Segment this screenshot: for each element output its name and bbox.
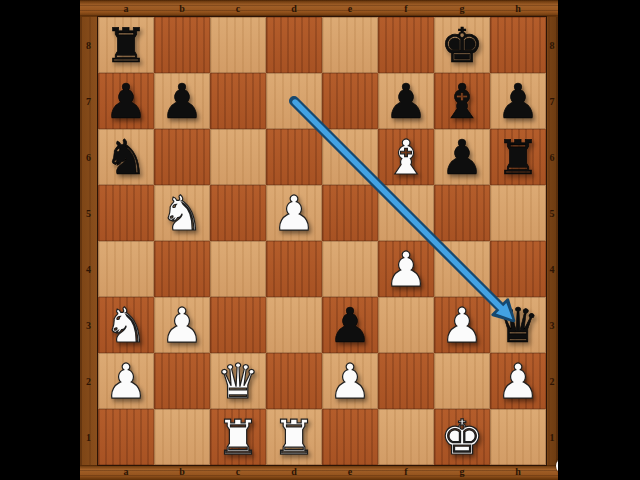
- piece-black-pawn[interactable]: ♟: [328, 297, 371, 353]
- square-g7[interactable]: ♝: [434, 73, 490, 129]
- square-h1[interactable]: [490, 409, 546, 465]
- square-c6[interactable]: [210, 129, 266, 185]
- rank-label-3: 3: [80, 297, 97, 353]
- rank-label-7: 7: [80, 73, 97, 129]
- piece-black-queen[interactable]: ♛: [496, 297, 539, 353]
- rank-label-8: 8: [546, 17, 558, 73]
- piece-white-bishop[interactable]: ♝: [384, 129, 427, 185]
- square-e5[interactable]: [322, 185, 378, 241]
- square-g6[interactable]: ♟: [434, 129, 490, 185]
- square-h6[interactable]: ♜: [490, 129, 546, 185]
- piece-white-rook[interactable]: ♜: [216, 409, 259, 465]
- file-labels-bottom: abcdefgh: [98, 465, 546, 479]
- square-h2[interactable]: ♟: [490, 353, 546, 409]
- file-label-g: g: [434, 1, 490, 16]
- piece-white-pawn[interactable]: ♟: [440, 297, 483, 353]
- square-b5[interactable]: ♞: [154, 185, 210, 241]
- piece-white-pawn[interactable]: ♟: [160, 297, 203, 353]
- piece-black-pawn[interactable]: ♟: [384, 73, 427, 129]
- square-d5[interactable]: ♟: [266, 185, 322, 241]
- file-label-d: d: [266, 1, 322, 16]
- square-a4[interactable]: [98, 241, 154, 297]
- square-a6[interactable]: ♞: [98, 129, 154, 185]
- square-d2[interactable]: [266, 353, 322, 409]
- piece-white-pawn[interactable]: ♟: [272, 185, 315, 241]
- piece-white-knight[interactable]: ♞: [104, 297, 147, 353]
- file-label-e: e: [322, 1, 378, 16]
- square-e1[interactable]: [322, 409, 378, 465]
- file-label-b: b: [154, 465, 210, 479]
- square-d7[interactable]: [266, 73, 322, 129]
- square-f3[interactable]: [378, 297, 434, 353]
- piece-black-rook[interactable]: ♜: [104, 17, 147, 73]
- square-a5[interactable]: [98, 185, 154, 241]
- file-label-b: b: [154, 1, 210, 16]
- file-labels-top: abcdefgh: [98, 1, 546, 16]
- rank-label-5: 5: [546, 185, 558, 241]
- chess-board: ♜♚♟♟♟♝♟♞♝♟♜♞♟♟♞♟♟♟♛♟♛♟♟♜♜♚: [98, 17, 546, 465]
- square-c7[interactable]: [210, 73, 266, 129]
- square-b1[interactable]: [154, 409, 210, 465]
- square-e3[interactable]: ♟: [322, 297, 378, 353]
- rank-label-2: 2: [546, 353, 558, 409]
- rank-labels-right: 87654321: [546, 17, 558, 465]
- square-b8[interactable]: [154, 17, 210, 73]
- rank-label-4: 4: [80, 241, 97, 297]
- rank-label-8: 8: [80, 17, 97, 73]
- rank-label-5: 5: [80, 185, 97, 241]
- file-label-a: a: [98, 465, 154, 479]
- square-a8[interactable]: ♜: [98, 17, 154, 73]
- piece-black-pawn[interactable]: ♟: [104, 73, 147, 129]
- square-d8[interactable]: [266, 17, 322, 73]
- square-h4[interactable]: [490, 241, 546, 297]
- square-f7[interactable]: ♟: [378, 73, 434, 129]
- file-label-h: h: [490, 465, 546, 479]
- file-label-g: g: [434, 465, 490, 479]
- square-e2[interactable]: ♟: [322, 353, 378, 409]
- piece-black-pawn[interactable]: ♟: [496, 73, 539, 129]
- piece-white-king[interactable]: ♚: [440, 409, 483, 465]
- rank-label-4: 4: [546, 241, 558, 297]
- square-c3[interactable]: [210, 297, 266, 353]
- square-f6[interactable]: ♝: [378, 129, 434, 185]
- left-letterbox: [0, 0, 80, 480]
- square-a3[interactable]: ♞: [98, 297, 154, 353]
- piece-black-pawn[interactable]: ♟: [440, 129, 483, 185]
- piece-white-pawn[interactable]: ♟: [496, 353, 539, 409]
- rank-label-6: 6: [80, 129, 97, 185]
- piece-black-king[interactable]: ♚: [440, 17, 483, 73]
- piece-white-pawn[interactable]: ♟: [104, 353, 147, 409]
- piece-white-rook[interactable]: ♜: [272, 409, 315, 465]
- file-label-a: a: [98, 1, 154, 16]
- square-h3[interactable]: ♛: [490, 297, 546, 353]
- square-c8[interactable]: [210, 17, 266, 73]
- square-g2[interactable]: [434, 353, 490, 409]
- rank-label-7: 7: [546, 73, 558, 129]
- file-label-c: c: [210, 1, 266, 16]
- file-label-e: e: [322, 465, 378, 479]
- piece-white-knight[interactable]: ♞: [160, 185, 203, 241]
- square-g4[interactable]: [434, 241, 490, 297]
- chess-app-screen: ♜♚♟♟♟♝♟♞♝♟♜♞♟♟♞♟♟♟♛♟♛♟♟♜♜♚ abcdefgh abcd…: [0, 0, 640, 480]
- rank-label-1: 1: [80, 409, 97, 465]
- file-label-h: h: [490, 1, 546, 16]
- square-h8[interactable]: [490, 17, 546, 73]
- piece-black-knight[interactable]: ♞: [104, 129, 147, 185]
- square-h7[interactable]: ♟: [490, 73, 546, 129]
- piece-black-rook[interactable]: ♜: [496, 129, 539, 185]
- square-c5[interactable]: [210, 185, 266, 241]
- rank-label-6: 6: [546, 129, 558, 185]
- square-f2[interactable]: [378, 353, 434, 409]
- square-f8[interactable]: [378, 17, 434, 73]
- square-d4[interactable]: [266, 241, 322, 297]
- square-b2[interactable]: [154, 353, 210, 409]
- square-b7[interactable]: ♟: [154, 73, 210, 129]
- square-a1[interactable]: [98, 409, 154, 465]
- file-label-f: f: [378, 465, 434, 479]
- rank-label-1: 1: [546, 409, 558, 465]
- square-g5[interactable]: [434, 185, 490, 241]
- square-c2[interactable]: ♛: [210, 353, 266, 409]
- square-a7[interactable]: ♟: [98, 73, 154, 129]
- file-label-f: f: [378, 1, 434, 16]
- square-f5[interactable]: [378, 185, 434, 241]
- square-a2[interactable]: ♟: [98, 353, 154, 409]
- square-g8[interactable]: ♚: [434, 17, 490, 73]
- square-e4[interactable]: [322, 241, 378, 297]
- piece-white-pawn[interactable]: ♟: [384, 241, 427, 297]
- square-f1[interactable]: [378, 409, 434, 465]
- square-h5[interactable]: [490, 185, 546, 241]
- rank-label-2: 2: [80, 353, 97, 409]
- piece-white-queen[interactable]: ♛: [216, 353, 259, 409]
- square-e7[interactable]: [322, 73, 378, 129]
- square-c1[interactable]: ♜: [210, 409, 266, 465]
- piece-black-pawn[interactable]: ♟: [160, 73, 203, 129]
- rank-labels-left: 87654321: [80, 17, 97, 465]
- square-b6[interactable]: [154, 129, 210, 185]
- right-letterbox: [558, 0, 640, 480]
- file-label-c: c: [210, 465, 266, 479]
- square-g1[interactable]: ♚: [434, 409, 490, 465]
- piece-black-bishop[interactable]: ♝: [440, 73, 483, 129]
- square-d3[interactable]: [266, 297, 322, 353]
- piece-white-pawn[interactable]: ♟: [328, 353, 371, 409]
- rank-label-3: 3: [546, 297, 558, 353]
- square-e6[interactable]: [322, 129, 378, 185]
- square-c4[interactable]: [210, 241, 266, 297]
- square-d1[interactable]: ♜: [266, 409, 322, 465]
- square-b3[interactable]: ♟: [154, 297, 210, 353]
- square-f4[interactable]: ♟: [378, 241, 434, 297]
- square-d6[interactable]: [266, 129, 322, 185]
- file-label-d: d: [266, 465, 322, 479]
- square-g3[interactable]: ♟: [434, 297, 490, 353]
- square-e8[interactable]: [322, 17, 378, 73]
- square-b4[interactable]: [154, 241, 210, 297]
